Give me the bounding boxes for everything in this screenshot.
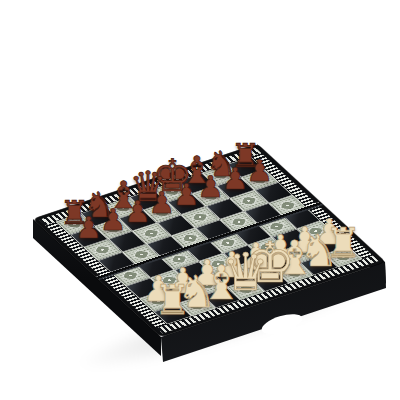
piece-black-pawn-c7[interactable]: ♟ — [124, 196, 151, 226]
piece-black-pawn-e7[interactable]: ♟ — [173, 180, 200, 210]
chess-set-scene: ♜♞♝♛♚♝♞♜♟♟♟♟♟♟♟♟♟♟♟♟♟♟♟♟♜♞♝♛♚♝♞♜ — [0, 0, 400, 400]
piece-black-pawn-d7[interactable]: ♟ — [149, 188, 176, 218]
piece-black-pawn-b7[interactable]: ♟ — [100, 204, 127, 234]
piece-black-pawn-f7[interactable]: ♟ — [197, 172, 224, 202]
piece-black-pawn-a7[interactable]: ♟ — [75, 212, 102, 242]
piece-black-pawn-g7[interactable]: ♟ — [222, 163, 249, 193]
pieces-layer: ♜♞♝♛♚♝♞♜♟♟♟♟♟♟♟♟♟♟♟♟♟♟♟♟♜♞♝♛♚♝♞♜ — [0, 0, 400, 400]
piece-white-rook-a1[interactable]: ♜ — [154, 280, 191, 321]
piece-black-pawn-h7[interactable]: ♟ — [246, 155, 273, 185]
